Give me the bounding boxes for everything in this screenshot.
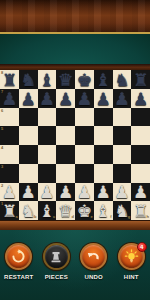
hint-badge: 4 — [137, 242, 147, 252]
square-c8[interactable]: ♝ — [38, 70, 57, 89]
black-pawn: ♟ — [133, 90, 148, 109]
pieces-button-circle[interactable] — [43, 243, 70, 270]
square-h8[interactable]: ♜ — [131, 70, 150, 89]
square-b4[interactable] — [19, 145, 38, 164]
square-b1[interactable]: b♞ — [19, 201, 38, 220]
square-d7[interactable]: ♟ — [56, 89, 75, 108]
square-b2[interactable]: ♟ — [19, 183, 38, 202]
rank-label-4: 4 — [1, 146, 3, 150]
square-c1[interactable]: c♝ — [38, 201, 57, 220]
square-c5[interactable] — [38, 126, 57, 145]
square-b7[interactable]: ♟ — [19, 89, 38, 108]
square-b3[interactable] — [19, 164, 38, 183]
hint-button[interactable]: 4 HINT — [114, 243, 148, 280]
white-pawn: ♟ — [58, 183, 73, 202]
square-f1[interactable]: f♝ — [94, 201, 113, 220]
black-knight: ♞ — [114, 71, 129, 90]
square-g4[interactable] — [113, 145, 132, 164]
pieces-icon — [49, 250, 63, 264]
black-pawn: ♟ — [114, 90, 129, 109]
square-f3[interactable] — [94, 164, 113, 183]
chess-board: 8♜♞♝♛♚♝♞♜7♟♟♟♟♟♟♟♟65432♟♟♟♟♟♟♟♟1a♜b♞c♝d♛… — [0, 70, 150, 220]
square-d6[interactable] — [56, 108, 75, 127]
square-d8[interactable]: ♛ — [56, 70, 75, 89]
square-h2[interactable]: ♟ — [131, 183, 150, 202]
black-pawn: ♟ — [96, 90, 111, 109]
white-knight: ♞ — [114, 202, 129, 221]
white-rook: ♜ — [2, 202, 17, 221]
black-pawn: ♟ — [58, 90, 73, 109]
chess-app-screen: 8♜♞♝♛♚♝♞♜7♟♟♟♟♟♟♟♟65432♟♟♟♟♟♟♟♟1a♜b♞c♝d♛… — [0, 0, 150, 300]
square-a3[interactable]: 3 — [0, 164, 19, 183]
black-rook: ♜ — [133, 71, 148, 90]
square-e6[interactable] — [75, 108, 94, 127]
square-c3[interactable] — [38, 164, 57, 183]
hint-button-circle[interactable]: 4 — [118, 243, 145, 270]
hint-label: HINT — [124, 274, 139, 280]
hint-icon — [124, 249, 139, 264]
file-label-h: h — [147, 215, 149, 219]
rank-label-5: 5 — [1, 127, 3, 131]
rank-label-8: 8 — [1, 71, 3, 75]
square-a6[interactable]: 6 — [0, 108, 19, 127]
white-king: ♚ — [77, 202, 92, 221]
black-pawn: ♟ — [77, 90, 92, 109]
square-e1[interactable]: e♚ — [75, 201, 94, 220]
square-a2[interactable]: 2♟ — [0, 183, 19, 202]
white-knight: ♞ — [21, 202, 36, 221]
square-e4[interactable] — [75, 145, 94, 164]
wood-header — [0, 0, 150, 32]
rank-label-7: 7 — [1, 90, 3, 94]
square-h7[interactable]: ♟ — [131, 89, 150, 108]
white-rook: ♜ — [133, 202, 148, 221]
square-d3[interactable] — [56, 164, 75, 183]
bottom-toolbar: RESTART PIECES UNDO 4 — [0, 230, 150, 300]
felt-background-top — [0, 34, 150, 64]
black-pawn: ♟ — [2, 90, 17, 109]
restart-icon — [11, 249, 26, 264]
square-g3[interactable] — [113, 164, 132, 183]
pieces-button[interactable]: PIECES — [39, 243, 73, 280]
rank-label-2: 2 — [1, 184, 3, 188]
rank-label-6: 6 — [1, 109, 3, 113]
file-label-g: g — [128, 215, 130, 219]
undo-icon — [86, 249, 101, 264]
undo-button-circle[interactable] — [80, 243, 107, 270]
board-frame-bottom — [0, 220, 150, 230]
square-e5[interactable] — [75, 126, 94, 145]
square-c2[interactable]: ♟ — [38, 183, 57, 202]
square-c4[interactable] — [38, 145, 57, 164]
undo-label: UNDO — [85, 274, 103, 280]
file-label-e: e — [91, 215, 93, 219]
black-king: ♚ — [77, 71, 92, 90]
square-h5[interactable] — [131, 126, 150, 145]
file-label-c: c — [53, 215, 55, 219]
square-h1[interactable]: h♜ — [131, 201, 150, 220]
square-c7[interactable]: ♟ — [38, 89, 57, 108]
square-d1[interactable]: d♛ — [56, 201, 75, 220]
undo-button[interactable]: UNDO — [77, 243, 111, 280]
white-bishop: ♝ — [96, 202, 111, 221]
square-f4[interactable] — [94, 145, 113, 164]
rank-label-3: 3 — [1, 165, 3, 169]
file-label-d: d — [72, 215, 74, 219]
square-g2[interactable]: ♟ — [113, 183, 132, 202]
file-label-a: a — [16, 215, 18, 219]
square-g8[interactable]: ♞ — [113, 70, 132, 89]
black-bishop: ♝ — [96, 71, 111, 90]
square-f8[interactable]: ♝ — [94, 70, 113, 89]
square-a8[interactable]: 8♜ — [0, 70, 19, 89]
white-bishop: ♝ — [39, 202, 54, 221]
white-pawn: ♟ — [2, 183, 17, 202]
square-e2[interactable]: ♟ — [75, 183, 94, 202]
square-f5[interactable] — [94, 126, 113, 145]
black-pawn: ♟ — [39, 90, 54, 109]
square-c6[interactable] — [38, 108, 57, 127]
square-h3[interactable] — [131, 164, 150, 183]
square-a7[interactable]: 7♟ — [0, 89, 19, 108]
square-f2[interactable]: ♟ — [94, 183, 113, 202]
restart-label: RESTART — [4, 274, 33, 280]
square-b6[interactable] — [19, 108, 38, 127]
white-pawn: ♟ — [133, 183, 148, 202]
square-a4[interactable]: 4 — [0, 145, 19, 164]
square-h6[interactable] — [131, 108, 150, 127]
square-f6[interactable] — [94, 108, 113, 127]
square-b8[interactable]: ♞ — [19, 70, 38, 89]
white-pawn: ♟ — [96, 183, 111, 202]
square-h4[interactable] — [131, 145, 150, 164]
white-pawn: ♟ — [21, 183, 36, 202]
black-pawn: ♟ — [21, 90, 36, 109]
white-pawn: ♟ — [39, 183, 54, 202]
file-label-b: b — [34, 215, 36, 219]
square-d4[interactable] — [56, 145, 75, 164]
rank-label-1: 1 — [1, 202, 3, 206]
black-bishop: ♝ — [39, 71, 54, 90]
black-queen: ♛ — [58, 71, 73, 90]
restart-button[interactable]: RESTART — [2, 243, 36, 280]
square-a1[interactable]: 1a♜ — [0, 201, 19, 220]
square-d5[interactable] — [56, 126, 75, 145]
file-label-f: f — [110, 215, 111, 219]
square-g5[interactable] — [113, 126, 132, 145]
restart-button-circle[interactable] — [5, 243, 32, 270]
square-a5[interactable]: 5 — [0, 126, 19, 145]
white-pawn: ♟ — [77, 183, 92, 202]
square-g7[interactable]: ♟ — [113, 89, 132, 108]
square-g1[interactable]: g♞ — [113, 201, 132, 220]
white-queen: ♛ — [58, 202, 73, 221]
square-e3[interactable] — [75, 164, 94, 183]
square-d2[interactable]: ♟ — [56, 183, 75, 202]
square-g6[interactable] — [113, 108, 132, 127]
square-f7[interactable]: ♟ — [94, 89, 113, 108]
white-pawn: ♟ — [114, 183, 129, 202]
black-rook: ♜ — [2, 71, 17, 90]
square-e7[interactable]: ♟ — [75, 89, 94, 108]
pieces-label: PIECES — [45, 274, 68, 280]
square-b5[interactable] — [19, 126, 38, 145]
black-knight: ♞ — [21, 71, 36, 90]
square-e8[interactable]: ♚ — [75, 70, 94, 89]
